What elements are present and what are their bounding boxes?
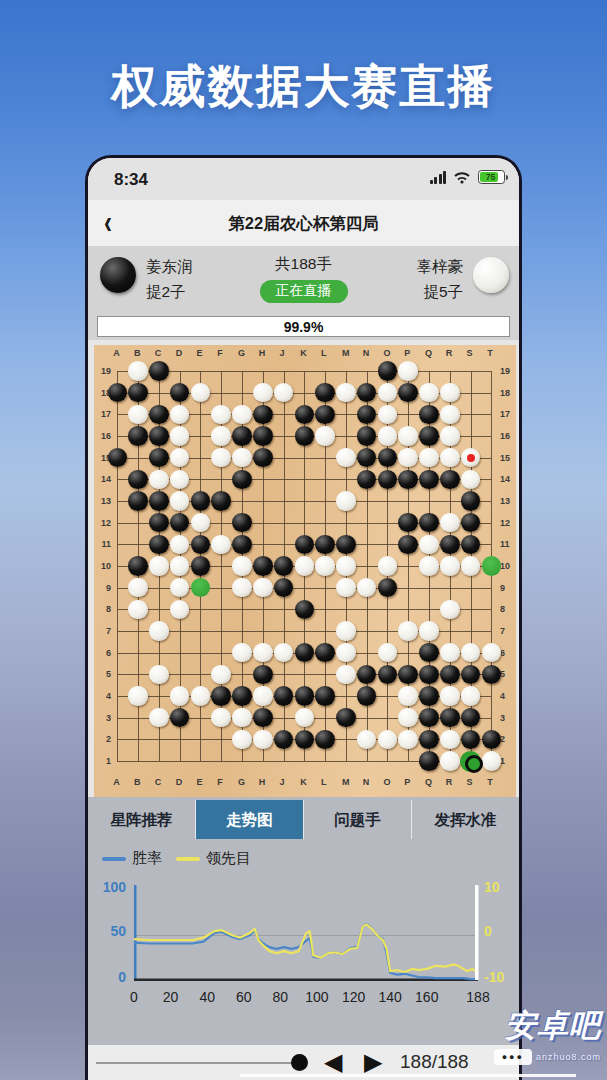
watermark-url: anzhuo8.com (536, 1052, 601, 1062)
go-stone-white (253, 686, 273, 706)
ai-hint-green-marker (191, 578, 211, 598)
go-stone-white (170, 556, 190, 576)
go-stone-white (440, 730, 460, 750)
go-stone-black (295, 643, 315, 663)
go-stone-black (336, 708, 356, 728)
go-stone-white (440, 405, 460, 425)
go-stone-black (378, 448, 398, 468)
go-stone-white (336, 383, 356, 403)
last-move-red-dot (467, 454, 475, 462)
go-stone-white (440, 426, 460, 446)
go-stone-black (253, 405, 273, 425)
go-stone-white (274, 383, 294, 403)
ai-hint-green-marker (482, 556, 502, 576)
board-coord-left: 7 (97, 626, 111, 636)
go-stone-white (482, 643, 502, 663)
lead-line-swatch (176, 857, 200, 861)
board-coord-top: A (113, 348, 120, 358)
go-stone-black (232, 470, 252, 490)
go-stone-black (274, 730, 294, 750)
x-axis-tick: 140 (378, 989, 401, 1005)
go-stone-black (149, 535, 169, 555)
go-stone-black (232, 513, 252, 533)
go-stone-white (211, 448, 231, 468)
go-stone-white (440, 643, 460, 663)
go-stone-black (461, 491, 481, 511)
go-stone-black (149, 361, 169, 381)
go-stone-white (232, 405, 252, 425)
go-stone-black (419, 730, 439, 750)
signal-icon (430, 171, 447, 184)
y-axis-right-tick: 0 (484, 923, 492, 939)
go-stone-black (170, 513, 190, 533)
go-stone-white (419, 383, 439, 403)
go-stone-black (440, 665, 460, 685)
go-stone-black (378, 361, 398, 381)
board-coord-bottom: O (383, 777, 390, 787)
clock: 8:34 (114, 170, 148, 190)
go-stone-black (419, 405, 439, 425)
go-stone-black (211, 686, 231, 706)
go-stone-white (419, 535, 439, 555)
go-stone-white (398, 448, 418, 468)
go-stone-black (419, 470, 439, 490)
board-coord-top: C (155, 348, 162, 358)
go-stone-white (440, 383, 460, 403)
white-player-name: 辜梓豪 (417, 254, 464, 279)
go-stone-black (128, 470, 148, 490)
go-stone-white (170, 426, 190, 446)
go-stone-white (336, 491, 356, 511)
go-stone-white (295, 708, 315, 728)
board-coord-right: 11 (500, 539, 510, 549)
go-stone-black (295, 600, 315, 620)
go-stone-white (398, 730, 418, 750)
go-stone-white (170, 578, 190, 598)
go-stone-black (315, 686, 335, 706)
move-slider-track[interactable] (96, 1062, 294, 1064)
go-stone-white (149, 708, 169, 728)
go-stone-white (211, 665, 231, 685)
move-slider-knob[interactable] (291, 1054, 308, 1071)
board-coord-top: P (404, 348, 410, 358)
wifi-icon (453, 170, 471, 184)
go-stone-black (461, 730, 481, 750)
go-stone-black (295, 405, 315, 425)
go-stone-white (295, 556, 315, 576)
winrate-bar: 99.9% (97, 316, 510, 337)
board-coord-top: G (238, 348, 245, 358)
watermark-brand: 安卓吧 (451, 1005, 601, 1047)
go-stone-black (295, 535, 315, 555)
go-stone-white (398, 708, 418, 728)
board-coord-top: M (342, 348, 350, 358)
go-stone-black (398, 470, 418, 490)
live-status-badge: 正在直播 (260, 280, 348, 303)
go-stone-black (232, 535, 252, 555)
y-axis-left-tick: 50 (96, 923, 126, 939)
board-coord-bottom: K (300, 777, 307, 787)
tab-走势图[interactable]: 走势图 (196, 800, 304, 839)
board-coord-right: 19 (500, 366, 510, 376)
board-coord-bottom: L (321, 777, 327, 787)
board-coord-bottom: H (259, 777, 266, 787)
go-stone-white (440, 751, 460, 771)
board-coord-right: 13 (500, 496, 510, 506)
x-axis-tick: 60 (236, 989, 252, 1005)
go-stone-white (128, 600, 148, 620)
go-stone-black (274, 578, 294, 598)
y-axis-right-tick: 10 (484, 879, 500, 895)
go-stone-white (149, 556, 169, 576)
go-stone-white (378, 426, 398, 446)
go-stone-black (149, 491, 169, 511)
board-coord-top: T (487, 348, 493, 358)
go-stone-black (482, 665, 502, 685)
board-coord-right: 17 (500, 409, 510, 419)
go-stone-black (253, 708, 273, 728)
board-coord-left: 8 (97, 604, 111, 614)
go-stone-black (398, 535, 418, 555)
go-stone-black (357, 405, 377, 425)
analysis-tabs: 星阵推荐走势图问题手发挥水准 (88, 800, 519, 839)
x-axis-tick: 100 (305, 989, 328, 1005)
go-stone-white (211, 405, 231, 425)
board-coord-top: R (446, 348, 453, 358)
page-heading: 第22届农心杯第四局 (88, 213, 519, 235)
go-stone-white (461, 556, 481, 576)
go-stone-white (440, 513, 460, 533)
board-coord-right: 16 (500, 431, 510, 441)
go-stone-black (378, 578, 398, 598)
go-stone-white (419, 448, 439, 468)
go-stone-black (253, 665, 273, 685)
page-title: 权威数据大赛直播 (0, 56, 607, 118)
phone-frame: 8:34 75 ‹ 第22届农心杯第四局 姜东润 提2子 共188手 (85, 155, 522, 1080)
players-panel: 姜东润 提2子 共188手 正在直播 辜梓豪 提5子 (88, 246, 519, 314)
go-stone-black (170, 708, 190, 728)
go-stone-white (274, 643, 294, 663)
board-coord-bottom: P (404, 777, 410, 787)
go-stone-white (336, 621, 356, 641)
go-stone-black (357, 470, 377, 490)
go-stone-white (128, 405, 148, 425)
board-coord-left: 3 (97, 713, 111, 723)
board-coord-top: N (363, 348, 370, 358)
go-stone-white (149, 665, 169, 685)
go-stone-white (170, 600, 190, 620)
board-coord-left: 17 (97, 409, 111, 419)
y-axis-right-tick: -10 (484, 969, 504, 985)
board-coord-top: H (259, 348, 266, 358)
go-stone-black (440, 535, 460, 555)
board-coord-right: 3 (500, 713, 505, 723)
go-stone-white (336, 448, 356, 468)
board-coord-bottom: B (134, 777, 141, 787)
watermark: 安卓吧 ●●● anzhuo8.com (451, 1005, 601, 1065)
go-stone-white (419, 621, 439, 641)
go-stone-black (398, 665, 418, 685)
go-stone-white (232, 708, 252, 728)
go-stone-black (191, 556, 211, 576)
board-coord-left: 2 (97, 734, 111, 744)
x-axis-tick: 120 (342, 989, 365, 1005)
go-stone-black (191, 535, 211, 555)
board-coord-bottom: F (217, 777, 223, 787)
chart-legend: 胜率 领先目 (102, 849, 251, 868)
go-stone-black (357, 665, 377, 685)
x-axis-tick: 188 (466, 989, 489, 1005)
go-stone-black (149, 448, 169, 468)
y-axis-left-tick: 100 (96, 879, 126, 895)
go-stone-black (149, 426, 169, 446)
board-coord-right: 15 (500, 453, 510, 463)
go-stone-black (419, 665, 439, 685)
board-coord-left: 16 (97, 431, 111, 441)
board-coord-bottom: A (113, 777, 120, 787)
go-stone-white (398, 621, 418, 641)
go-stone-white (211, 708, 231, 728)
board-coord-bottom: M (342, 777, 350, 787)
board-coord-bottom: D (176, 777, 183, 787)
white-player-captures: 提5子 (417, 279, 464, 304)
go-stone-black (315, 405, 335, 425)
board-coord-bottom: Q (425, 777, 432, 787)
battery-icon: 75 (478, 170, 505, 184)
go-stone-white (482, 751, 502, 771)
go-stone-white (419, 556, 439, 576)
board-coord-left: 12 (97, 518, 111, 528)
go-stone-white (232, 643, 252, 663)
go-stone-black (419, 426, 439, 446)
go-stone-black (315, 730, 335, 750)
board-coord-right: 9 (500, 583, 505, 593)
go-stone-black (191, 491, 211, 511)
winrate-bar-wrap: 99.9% (88, 314, 519, 340)
chart-line-#ece45e (134, 924, 478, 973)
board-coord-right: 8 (500, 604, 505, 614)
watermark-dots: ●●● (494, 1049, 532, 1065)
board-coord-bottom: T (487, 777, 493, 787)
go-stone-white (440, 448, 460, 468)
go-stone-black (461, 535, 481, 555)
prev-move-button[interactable]: ◀ (324, 1048, 342, 1076)
board-coord-left: 13 (97, 496, 111, 506)
board-coord-top: J (280, 348, 285, 358)
go-stone-white (357, 730, 377, 750)
go-stone-black (232, 426, 252, 446)
go-stone-black (128, 556, 148, 576)
board-coord-bottom: C (155, 777, 162, 787)
board-coord-right: 7 (500, 626, 505, 636)
go-stone-black (398, 383, 418, 403)
go-stone-white (170, 405, 190, 425)
go-stone-white (128, 361, 148, 381)
go-stone-black (357, 448, 377, 468)
go-stone-white (170, 491, 190, 511)
status-bar: 8:34 75 (88, 158, 519, 200)
go-board: AA1919BB1818CC1717DD1616EE1515FF1414GG13… (94, 345, 516, 797)
go-stone-black (295, 686, 315, 706)
x-axis-tick: 160 (415, 989, 438, 1005)
go-stone-white (440, 556, 460, 576)
winrate-value: 99.9% (98, 319, 509, 335)
board-coord-left: 1 (97, 756, 111, 766)
go-stone-black (274, 556, 294, 576)
go-stone-white (336, 556, 356, 576)
board-coord-right: 12 (500, 518, 510, 528)
go-stone-white (211, 426, 231, 446)
go-stone-white (211, 535, 231, 555)
board-coord-top: L (321, 348, 327, 358)
x-axis-tick: 80 (273, 989, 289, 1005)
x-axis-tick: 40 (199, 989, 215, 1005)
go-stone-white (149, 621, 169, 641)
board-coord-bottom: G (238, 777, 245, 787)
go-stone-black (253, 426, 273, 446)
go-stone-black (419, 708, 439, 728)
app-header: ‹ 第22届农心杯第四局 (88, 200, 519, 246)
go-stone-black (295, 426, 315, 446)
go-stone-black (419, 643, 439, 663)
go-stone-white (440, 600, 460, 620)
board-coord-bottom: S (467, 777, 473, 787)
go-stone-white (191, 383, 211, 403)
go-stone-black (357, 686, 377, 706)
go-stone-black (315, 535, 335, 555)
go-stone-black (315, 383, 335, 403)
board-coord-top: D (176, 348, 183, 358)
go-stone-white (398, 686, 418, 706)
go-stone-white (461, 643, 481, 663)
go-stone-white (232, 578, 252, 598)
board-coord-left: 4 (97, 691, 111, 701)
go-stone-black (128, 383, 148, 403)
go-stone-white (461, 470, 481, 490)
go-stone-black (253, 556, 273, 576)
board-coord-top: O (383, 348, 390, 358)
go-stone-white (149, 470, 169, 490)
go-stone-white (378, 556, 398, 576)
go-stone-white (378, 383, 398, 403)
go-stone-black (170, 383, 190, 403)
tab-问题手[interactable]: 问题手 (304, 800, 412, 839)
go-stone-black (440, 708, 460, 728)
go-stone-black (253, 448, 273, 468)
board-coord-right: 14 (500, 474, 510, 484)
board-coord-top: B (134, 348, 141, 358)
chart-plot-area (134, 891, 478, 980)
board-coord-top: E (196, 348, 202, 358)
board-coord-left: 5 (97, 669, 111, 679)
go-stone-white (170, 686, 190, 706)
go-stone-white (232, 448, 252, 468)
go-stone-white (170, 448, 190, 468)
x-axis-tick: 0 (130, 989, 138, 1005)
board-coord-left: 9 (97, 583, 111, 593)
go-stone-white (232, 556, 252, 576)
go-stone-white (398, 426, 418, 446)
go-stone-black (419, 751, 439, 771)
go-stone-black (211, 491, 231, 511)
legend-winrate: 胜率 (102, 849, 162, 868)
go-stone-black (482, 730, 502, 750)
board-coord-left: 19 (97, 366, 111, 376)
go-stone-white (336, 665, 356, 685)
go-stone-white (253, 730, 273, 750)
go-stone-black (419, 513, 439, 533)
go-stone-black (108, 383, 128, 403)
bottom-progress-line (240, 1074, 576, 1077)
go-stone-white (336, 643, 356, 663)
go-stone-black (274, 686, 294, 706)
board-coord-bottom: E (196, 777, 202, 787)
tab-发挥水准[interactable]: 发挥水准 (412, 800, 519, 839)
go-stone-white (378, 730, 398, 750)
tab-星阵推荐[interactable]: 星阵推荐 (88, 800, 196, 839)
winrate-line-swatch (102, 857, 126, 861)
go-stone-black (440, 470, 460, 490)
go-stone-white (253, 643, 273, 663)
go-stone-white (128, 686, 148, 706)
go-stone-white (315, 426, 335, 446)
board-coord-top: F (217, 348, 223, 358)
go-stone-black (128, 491, 148, 511)
x-axis-tick: 20 (163, 989, 179, 1005)
go-stone-black (357, 426, 377, 446)
go-stone-black (461, 513, 481, 533)
board-coord-top: S (467, 348, 473, 358)
go-stone-white (191, 686, 211, 706)
board-coord-right: 10 (500, 561, 510, 571)
y-axis-left-tick: 0 (96, 969, 126, 985)
board-coord-bottom: R (446, 777, 453, 787)
go-stone-white (336, 578, 356, 598)
go-stone-white (440, 686, 460, 706)
next-move-button[interactable]: ▶ (364, 1048, 382, 1076)
go-stone-white (170, 535, 190, 555)
go-stone-black (149, 405, 169, 425)
go-stone-white (191, 513, 211, 533)
go-stone-white (315, 556, 335, 576)
go-stone-white (378, 643, 398, 663)
go-stone-white (357, 578, 377, 598)
go-stone-white (253, 383, 273, 403)
board-coord-right: 18 (500, 388, 510, 398)
go-stone-black (419, 686, 439, 706)
go-stone-white (378, 405, 398, 425)
go-stone-black (378, 470, 398, 490)
board-coord-left: 11 (97, 539, 111, 549)
go-stone-white (128, 578, 148, 598)
go-stone-white (170, 470, 190, 490)
trend-chart: 100500100-10020406080100120140160188 (88, 873, 519, 1023)
board-coord-right: 4 (500, 691, 505, 701)
board-coord-bottom: J (280, 777, 285, 787)
board-coord-left: 10 (97, 561, 111, 571)
go-stone-black (149, 513, 169, 533)
board-coord-left: 14 (97, 474, 111, 484)
go-stone-black (295, 730, 315, 750)
go-stone-black (336, 535, 356, 555)
go-stone-black (128, 426, 148, 446)
go-stone-black (461, 665, 481, 685)
board-coord-top: Q (425, 348, 432, 358)
go-stone-white (461, 686, 481, 706)
board-coord-bottom: N (363, 777, 370, 787)
go-stone-black (378, 665, 398, 685)
go-stone-black (461, 708, 481, 728)
